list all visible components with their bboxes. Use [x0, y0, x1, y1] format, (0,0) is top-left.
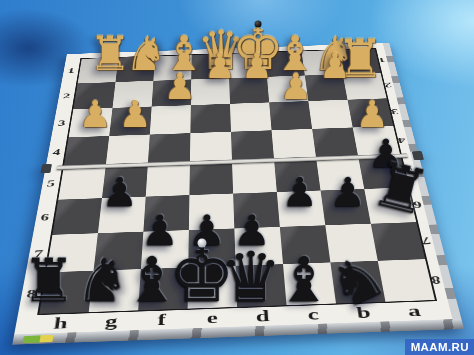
square-c7	[280, 225, 331, 264]
chess-board-tilt: hgfedcba 12345678 12345678	[0, 0, 474, 355]
square-e4	[190, 132, 232, 163]
corner-sticker	[22, 335, 53, 343]
rank-label-left-7: 7	[28, 248, 48, 260]
square-d5	[232, 160, 277, 194]
square-f1	[153, 55, 191, 81]
square-c8	[283, 263, 336, 306]
file-label-f: f	[136, 310, 187, 330]
rank-label-right-1: 1	[374, 56, 390, 64]
file-label-h: h	[34, 313, 87, 333]
square-b5	[316, 157, 364, 190]
square-e8	[188, 266, 237, 309]
square-g1	[116, 56, 155, 82]
square-f6	[143, 195, 189, 231]
square-f3	[150, 105, 191, 134]
square-g4	[106, 134, 150, 165]
square-b1	[302, 50, 343, 75]
square-d2	[229, 77, 269, 104]
rank-label-left-2: 2	[58, 92, 75, 101]
square-d8	[236, 264, 287, 307]
square-c5	[274, 159, 320, 193]
file-label-d: d	[237, 306, 289, 326]
square-d1	[228, 52, 267, 78]
file-label-g: g	[85, 312, 137, 332]
board-squares	[37, 48, 437, 315]
square-f4	[148, 133, 191, 164]
square-d6	[233, 192, 280, 228]
square-e2	[191, 78, 230, 105]
square-e7	[188, 228, 235, 267]
square-g2	[112, 81, 153, 108]
square-c1	[265, 51, 305, 76]
square-g6	[98, 197, 146, 233]
square-b8	[330, 261, 385, 303]
square-d7	[234, 227, 283, 266]
square-g5	[102, 164, 148, 198]
rank-label-left-3: 3	[53, 119, 70, 128]
rank-label-left-8: 8	[20, 287, 41, 301]
file-label-b: b	[337, 303, 390, 323]
square-b6	[321, 189, 371, 225]
watermark: MAAM.RU	[405, 339, 474, 355]
rank-label-right-7: 7	[416, 235, 437, 247]
square-b2	[305, 74, 348, 101]
square-e1	[191, 54, 229, 80]
square-h4	[64, 136, 110, 167]
square-f7	[141, 230, 189, 269]
square-f8	[138, 268, 188, 311]
square-b3	[308, 100, 352, 129]
chess-board: hgfedcba 12345678 12345678	[12, 43, 464, 345]
rank-label-left-1: 1	[63, 67, 79, 75]
square-c3	[269, 101, 312, 130]
square-c6	[277, 191, 325, 227]
square-h2	[73, 82, 115, 109]
square-e5	[189, 161, 233, 195]
square-g3	[109, 107, 151, 136]
hinge-icon	[40, 164, 52, 173]
square-d3	[230, 103, 272, 132]
photo-scene: hgfedcba 12345678 12345678 ♜♞♝♛♚♝♞♜♟♟♟♟♟…	[0, 0, 474, 355]
square-b4	[312, 127, 358, 158]
square-g8	[89, 269, 141, 312]
square-c2	[267, 75, 308, 102]
square-f2	[152, 79, 192, 106]
square-h1	[78, 58, 119, 84]
square-b7	[325, 224, 378, 263]
rank-label-right-4: 4	[392, 135, 410, 145]
square-h7	[46, 233, 98, 272]
square-e6	[189, 194, 234, 230]
file-label-a: a	[387, 301, 441, 321]
rank-label-right-5: 5	[400, 166, 419, 177]
square-c4	[272, 129, 317, 160]
rank-label-right-6: 6	[407, 199, 427, 210]
file-label-e: e	[187, 308, 238, 328]
square-h8	[39, 271, 93, 314]
square-h3	[69, 108, 113, 137]
square-h6	[52, 198, 102, 234]
square-h5	[58, 166, 105, 200]
file-label-c: c	[287, 305, 340, 325]
rank-label-left-4: 4	[48, 147, 66, 157]
rank-label-right-3: 3	[386, 107, 404, 116]
rank-label-right-2: 2	[379, 80, 396, 89]
square-g7	[94, 232, 144, 271]
square-d4	[231, 130, 274, 161]
rank-label-left-5: 5	[42, 178, 61, 189]
rank-label-right-8: 8	[425, 273, 447, 286]
hinge-icon	[412, 151, 424, 160]
rank-label-left-6: 6	[35, 212, 54, 224]
square-f5	[146, 163, 190, 197]
square-e3	[190, 104, 231, 133]
